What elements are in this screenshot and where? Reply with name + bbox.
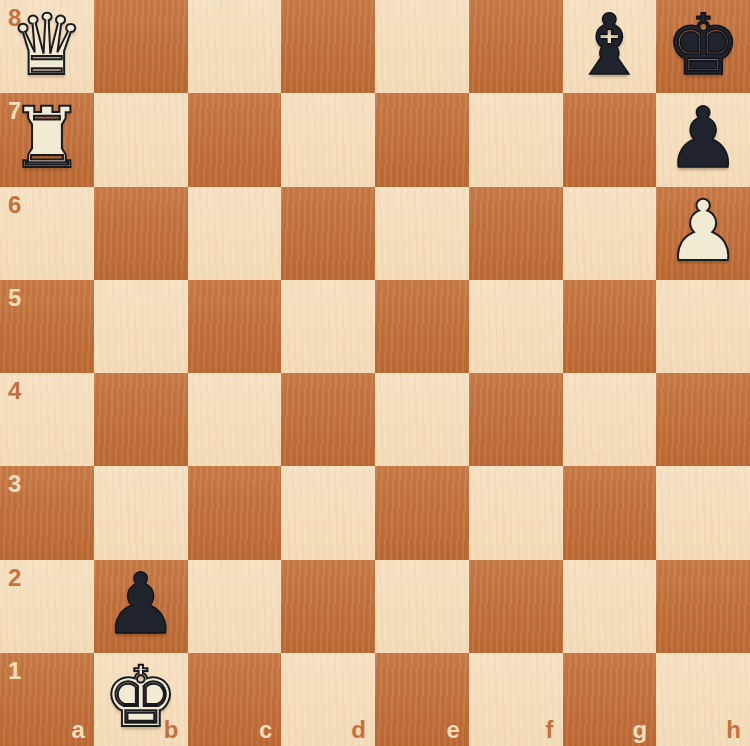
file-label-g: g <box>633 718 648 742</box>
square-e4[interactable] <box>375 373 469 466</box>
square-d3[interactable] <box>281 466 375 559</box>
square-c7[interactable] <box>188 93 282 186</box>
square-d6[interactable] <box>281 187 375 280</box>
square-c6[interactable] <box>188 187 282 280</box>
square-h2[interactable] <box>656 560 750 653</box>
square-d7[interactable] <box>281 93 375 186</box>
square-f8[interactable] <box>469 0 563 93</box>
square-f2[interactable] <box>469 560 563 653</box>
piece-white-pawn[interactable]: ♟ <box>665 189 740 273</box>
piece-black-bishop[interactable]: ♝ <box>572 3 647 87</box>
square-d5[interactable] <box>281 280 375 373</box>
file-label-d: d <box>351 718 366 742</box>
square-e5[interactable] <box>375 280 469 373</box>
square-d4[interactable] <box>281 373 375 466</box>
file-label-e: e <box>446 718 459 742</box>
square-g1[interactable]: g <box>563 653 657 746</box>
square-f1[interactable]: f <box>469 653 563 746</box>
square-d8[interactable] <box>281 0 375 93</box>
rank-label-6: 6 <box>8 193 21 217</box>
square-b2[interactable]: ♟ <box>94 560 188 653</box>
rank-label-4: 4 <box>8 379 21 403</box>
square-e8[interactable] <box>375 0 469 93</box>
square-b7[interactable] <box>94 93 188 186</box>
square-a2[interactable]: 2 <box>0 560 94 653</box>
piece-white-king[interactable]: ♚ <box>103 655 178 739</box>
square-g2[interactable] <box>563 560 657 653</box>
square-e6[interactable] <box>375 187 469 280</box>
square-g3[interactable] <box>563 466 657 559</box>
square-g5[interactable] <box>563 280 657 373</box>
square-b6[interactable] <box>94 187 188 280</box>
square-b8[interactable] <box>94 0 188 93</box>
square-c4[interactable] <box>188 373 282 466</box>
square-c5[interactable] <box>188 280 282 373</box>
square-g4[interactable] <box>563 373 657 466</box>
square-f7[interactable] <box>469 93 563 186</box>
square-a4[interactable]: 4 <box>0 373 94 466</box>
square-e1[interactable]: e <box>375 653 469 746</box>
square-b4[interactable] <box>94 373 188 466</box>
square-h7[interactable]: ♟ <box>656 93 750 186</box>
square-g8[interactable]: ♝ <box>563 0 657 93</box>
piece-black-pawn[interactable]: ♟ <box>665 96 740 180</box>
square-b3[interactable] <box>94 466 188 559</box>
square-a3[interactable]: 3 <box>0 466 94 559</box>
square-a5[interactable]: 5 <box>0 280 94 373</box>
square-c8[interactable] <box>188 0 282 93</box>
square-a1[interactable]: 1a <box>0 653 94 746</box>
square-a8[interactable]: 8♛ <box>0 0 94 93</box>
square-f3[interactable] <box>469 466 563 559</box>
square-a6[interactable]: 6 <box>0 187 94 280</box>
square-e3[interactable] <box>375 466 469 559</box>
square-c3[interactable] <box>188 466 282 559</box>
square-h3[interactable] <box>656 466 750 559</box>
file-label-f: f <box>546 718 554 742</box>
square-d1[interactable]: d <box>281 653 375 746</box>
piece-black-pawn[interactable]: ♟ <box>103 562 178 646</box>
square-f4[interactable] <box>469 373 563 466</box>
square-f6[interactable] <box>469 187 563 280</box>
square-a7[interactable]: 7♜ <box>0 93 94 186</box>
piece-white-queen[interactable]: ♛ <box>9 3 84 87</box>
square-e2[interactable] <box>375 560 469 653</box>
rank-label-3: 3 <box>8 472 21 496</box>
square-g7[interactable] <box>563 93 657 186</box>
square-h1[interactable]: h <box>656 653 750 746</box>
file-label-c: c <box>259 718 272 742</box>
file-label-a: a <box>71 718 84 742</box>
square-h8[interactable]: ♚ <box>656 0 750 93</box>
rank-label-2: 2 <box>8 566 21 590</box>
rank-label-5: 5 <box>8 286 21 310</box>
piece-black-king[interactable]: ♚ <box>665 3 740 87</box>
square-e7[interactable] <box>375 93 469 186</box>
square-d2[interactable] <box>281 560 375 653</box>
chess-board: 8♛♝♚7♜♟6♟5432♟1ab♚cdefgh <box>0 0 750 746</box>
square-h6[interactable]: ♟ <box>656 187 750 280</box>
square-h4[interactable] <box>656 373 750 466</box>
square-b5[interactable] <box>94 280 188 373</box>
piece-white-rook[interactable]: ♜ <box>9 96 84 180</box>
square-c1[interactable]: c <box>188 653 282 746</box>
square-b1[interactable]: b♚ <box>94 653 188 746</box>
file-label-h: h <box>726 718 741 742</box>
square-h5[interactable] <box>656 280 750 373</box>
rank-label-1: 1 <box>8 659 21 683</box>
square-f5[interactable] <box>469 280 563 373</box>
square-c2[interactable] <box>188 560 282 653</box>
square-g6[interactable] <box>563 187 657 280</box>
